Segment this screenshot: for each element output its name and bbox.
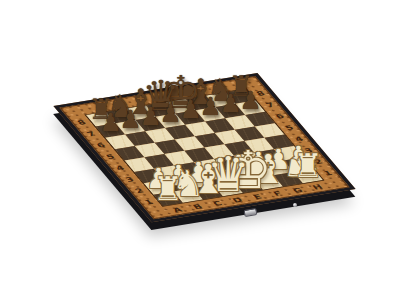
piece-black-pawn-a7: ♟ (99, 110, 121, 135)
pieces-layer: ♜♞♝♛♚♝♞♜♟♟♟♟♟♟♟♟♟♟♟♟♟♟♟♟♜♞♝♛♚♝♞♜ (0, 0, 400, 300)
piece-white-rook-a1: ♜ (154, 173, 183, 206)
piece-black-pawn-e7: ♟ (179, 97, 201, 122)
piece-black-pawn-h7: ♟ (239, 88, 261, 113)
piece-black-pawn-d7: ♟ (159, 101, 181, 126)
piece-black-pawn-g7: ♟ (219, 91, 241, 116)
chess-set-photo: ABCDEFGH 87654321 87654321 ♜♞♝♛♚♝♞♜♟♟♟♟♟… (0, 0, 400, 300)
piece-white-rook-h1: ♜ (294, 150, 323, 183)
latch-screw (293, 203, 297, 207)
piece-black-pawn-b7: ♟ (119, 107, 141, 132)
piece-black-pawn-c7: ♟ (139, 104, 161, 129)
piece-black-pawn-f7: ♟ (199, 94, 221, 119)
